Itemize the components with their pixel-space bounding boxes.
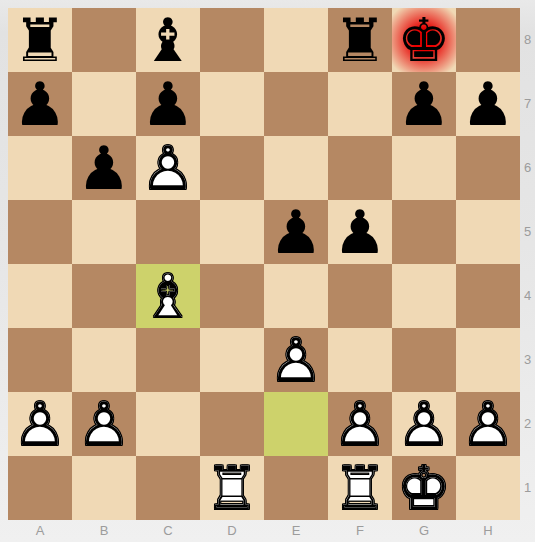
square-f7[interactable]	[328, 72, 392, 136]
rank-label-6: 6	[520, 136, 535, 200]
black-pawn-outline: ♙	[264, 200, 328, 264]
white-pawn[interactable]: ♟♙	[456, 392, 520, 456]
square-a4[interactable]	[8, 264, 72, 328]
square-b6[interactable]: ♟♙	[72, 136, 136, 200]
square-e8[interactable]	[264, 8, 328, 72]
rank-label-4: 4	[520, 264, 535, 328]
square-h6[interactable]	[456, 136, 520, 200]
square-e4[interactable]	[264, 264, 328, 328]
file-labels: ABCDEFGH	[8, 521, 520, 541]
square-f5[interactable]: ♟♙	[328, 200, 392, 264]
square-g6[interactable]	[392, 136, 456, 200]
black-pawn[interactable]: ♟♙	[456, 72, 520, 136]
rank-label-1: 1	[520, 456, 535, 520]
file-label-h: H	[456, 521, 520, 541]
black-pawn-outline: ♙	[456, 72, 520, 136]
white-king-outline: ♔	[392, 456, 456, 520]
white-pawn-outline: ♙	[136, 136, 200, 200]
file-label-b: B	[72, 521, 136, 541]
square-c7[interactable]: ♟♙	[136, 72, 200, 136]
square-d3[interactable]	[200, 328, 264, 392]
white-bishop[interactable]: ♝♗	[136, 264, 200, 328]
file-label-g: G	[392, 521, 456, 541]
square-e1[interactable]	[264, 456, 328, 520]
file-label-a: A	[8, 521, 72, 541]
white-pawn[interactable]: ♟♙	[8, 392, 72, 456]
square-a1[interactable]	[8, 456, 72, 520]
square-e7[interactable]	[264, 72, 328, 136]
black-pawn[interactable]: ♟♙	[264, 200, 328, 264]
black-pawn-outline: ♙	[8, 72, 72, 136]
square-d6[interactable]	[200, 136, 264, 200]
square-h7[interactable]: ♟♙	[456, 72, 520, 136]
rank-label-8: 8	[520, 8, 535, 72]
square-b8[interactable]	[72, 8, 136, 72]
rank-label-5: 5	[520, 200, 535, 264]
square-h3[interactable]	[456, 328, 520, 392]
square-g7[interactable]: ♟♙	[392, 72, 456, 136]
black-rook[interactable]: ♜♖	[328, 8, 392, 72]
square-g8[interactable]: ♚♔	[392, 8, 456, 72]
black-king[interactable]: ♚♔	[392, 8, 456, 72]
square-g5[interactable]	[392, 200, 456, 264]
square-h5[interactable]	[456, 200, 520, 264]
square-d7[interactable]	[200, 72, 264, 136]
square-e3[interactable]: ♟♙	[264, 328, 328, 392]
white-pawn[interactable]: ♟♙	[392, 392, 456, 456]
square-a5[interactable]	[8, 200, 72, 264]
white-king[interactable]: ♚♔	[392, 456, 456, 520]
square-b2[interactable]: ♟♙	[72, 392, 136, 456]
white-pawn[interactable]: ♟♙	[72, 392, 136, 456]
square-g2[interactable]: ♟♙	[392, 392, 456, 456]
white-pawn-outline: ♙	[392, 392, 456, 456]
square-c3[interactable]	[136, 328, 200, 392]
white-pawn-outline: ♙	[72, 392, 136, 456]
black-pawn[interactable]: ♟♙	[328, 200, 392, 264]
square-e2[interactable]	[264, 392, 328, 456]
square-b1[interactable]	[72, 456, 136, 520]
square-g3[interactable]	[392, 328, 456, 392]
black-pawn[interactable]: ♟♙	[136, 72, 200, 136]
white-rook-outline: ♖	[200, 456, 264, 520]
black-bishop-outline: ♗	[136, 8, 200, 72]
square-h4[interactable]	[456, 264, 520, 328]
square-d5[interactable]	[200, 200, 264, 264]
black-pawn-outline: ♙	[136, 72, 200, 136]
black-rook-outline: ♖	[328, 8, 392, 72]
square-a8[interactable]: ♜♖	[8, 8, 72, 72]
black-pawn[interactable]: ♟♙	[72, 136, 136, 200]
square-a2[interactable]: ♟♙	[8, 392, 72, 456]
square-f4[interactable]	[328, 264, 392, 328]
square-g1[interactable]: ♚♔	[392, 456, 456, 520]
square-f8[interactable]: ♜♖	[328, 8, 392, 72]
square-h8[interactable]	[456, 8, 520, 72]
square-f1[interactable]: ♜♖	[328, 456, 392, 520]
black-king-outline: ♔	[392, 8, 456, 72]
square-a6[interactable]	[8, 136, 72, 200]
white-rook[interactable]: ♜♖	[328, 456, 392, 520]
file-label-f: F	[328, 521, 392, 541]
black-pawn-outline: ♙	[392, 72, 456, 136]
square-a7[interactable]: ♟♙	[8, 72, 72, 136]
square-c5[interactable]	[136, 200, 200, 264]
square-b4[interactable]	[72, 264, 136, 328]
rank-label-3: 3	[520, 328, 535, 392]
white-pawn-outline: ♙	[8, 392, 72, 456]
square-b7[interactable]	[72, 72, 136, 136]
white-pawn-outline: ♙	[264, 328, 328, 392]
white-pawn-outline: ♙	[456, 392, 520, 456]
black-rook-outline: ♖	[8, 8, 72, 72]
square-e5[interactable]: ♟♙	[264, 200, 328, 264]
rank-label-7: 7	[520, 72, 535, 136]
file-label-d: D	[200, 521, 264, 541]
square-a3[interactable]	[8, 328, 72, 392]
black-pawn[interactable]: ♟♙	[392, 72, 456, 136]
square-f2[interactable]: ♟♙	[328, 392, 392, 456]
chess-board[interactable]: ♜♖♝♗♜♖♚♔♟♙♟♙♟♙♟♙♟♙♟♙♟♙♟♙♝♗♟♙♟♙♟♙♟♙♟♙♟♙♜♖…	[8, 8, 520, 520]
square-d8[interactable]	[200, 8, 264, 72]
rank-labels: 12345678	[520, 8, 535, 520]
rank-label-2: 2	[520, 392, 535, 456]
black-rook[interactable]: ♜♖	[8, 8, 72, 72]
square-f3[interactable]	[328, 328, 392, 392]
black-bishop[interactable]: ♝♗	[136, 8, 200, 72]
square-g4[interactable]	[392, 264, 456, 328]
black-pawn-outline: ♙	[72, 136, 136, 200]
square-f6[interactable]	[328, 136, 392, 200]
white-pawn[interactable]: ♟♙	[136, 136, 200, 200]
white-pawn[interactable]: ♟♙	[328, 392, 392, 456]
black-pawn[interactable]: ♟♙	[8, 72, 72, 136]
square-h2[interactable]: ♟♙	[456, 392, 520, 456]
black-pawn-outline: ♙	[328, 200, 392, 264]
square-c2[interactable]	[136, 392, 200, 456]
file-label-c: C	[136, 521, 200, 541]
square-b3[interactable]	[72, 328, 136, 392]
white-pawn-outline: ♙	[328, 392, 392, 456]
file-label-e: E	[264, 521, 328, 541]
square-b5[interactable]	[72, 200, 136, 264]
white-bishop-outline: ♗	[136, 264, 200, 328]
square-c4[interactable]: ♝♗	[136, 264, 200, 328]
square-d4[interactable]	[200, 264, 264, 328]
square-e6[interactable]	[264, 136, 328, 200]
square-c8[interactable]: ♝♗	[136, 8, 200, 72]
square-d2[interactable]	[200, 392, 264, 456]
square-h1[interactable]	[456, 456, 520, 520]
white-pawn[interactable]: ♟♙	[264, 328, 328, 392]
square-d1[interactable]: ♜♖	[200, 456, 264, 520]
white-rook[interactable]: ♜♖	[200, 456, 264, 520]
square-c6[interactable]: ♟♙	[136, 136, 200, 200]
square-c1[interactable]	[136, 456, 200, 520]
white-rook-outline: ♖	[328, 456, 392, 520]
